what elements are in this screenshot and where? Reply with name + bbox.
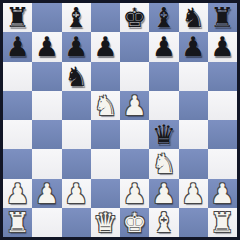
square-d4[interactable] (91, 120, 120, 149)
piece-white-pawn[interactable]: ♟ (6, 180, 30, 207)
square-e2[interactable]: ♟ (120, 179, 149, 208)
piece-black-pawn[interactable]: ♟ (64, 33, 88, 60)
square-a1[interactable]: ♜ (3, 208, 32, 237)
square-f5[interactable] (149, 91, 178, 120)
chess-board-frame: ♜♝♚♝♞♜♟♟♟♟♟♟♟♞♞♟♛♞♟♟♟♟♟♟♟♜♛♚♝♜ (0, 0, 240, 240)
square-e1[interactable]: ♚ (120, 208, 149, 237)
square-d2[interactable] (91, 179, 120, 208)
square-g3[interactable] (179, 149, 208, 178)
piece-white-pawn[interactable]: ♟ (181, 180, 205, 207)
square-e4[interactable] (120, 120, 149, 149)
piece-black-pawn[interactable]: ♟ (152, 33, 176, 60)
piece-black-bishop[interactable]: ♝ (64, 4, 88, 31)
square-b1[interactable] (32, 208, 61, 237)
square-h7[interactable]: ♟ (208, 32, 237, 61)
square-f4[interactable]: ♛ (149, 120, 178, 149)
square-h4[interactable] (208, 120, 237, 149)
square-d5[interactable]: ♞ (91, 91, 120, 120)
square-b4[interactable] (32, 120, 61, 149)
square-b6[interactable] (32, 62, 61, 91)
square-a5[interactable] (3, 91, 32, 120)
square-h8[interactable]: ♜ (208, 3, 237, 32)
chess-board: ♜♝♚♝♞♜♟♟♟♟♟♟♟♞♞♟♛♞♟♟♟♟♟♟♟♜♛♚♝♜ (3, 3, 237, 237)
square-a4[interactable] (3, 120, 32, 149)
piece-white-queen[interactable]: ♛ (93, 209, 117, 236)
piece-white-king[interactable]: ♚ (123, 209, 147, 236)
piece-black-king[interactable]: ♚ (123, 4, 147, 31)
piece-black-rook[interactable]: ♜ (6, 4, 30, 31)
square-c4[interactable] (62, 120, 91, 149)
square-c2[interactable]: ♟ (62, 179, 91, 208)
piece-black-bishop[interactable]: ♝ (152, 4, 176, 31)
piece-white-bishop[interactable]: ♝ (152, 209, 176, 236)
piece-black-pawn[interactable]: ♟ (93, 33, 117, 60)
piece-white-pawn[interactable]: ♟ (152, 180, 176, 207)
square-g4[interactable] (179, 120, 208, 149)
square-f3[interactable]: ♞ (149, 149, 178, 178)
square-h6[interactable] (208, 62, 237, 91)
square-c1[interactable] (62, 208, 91, 237)
square-d3[interactable] (91, 149, 120, 178)
square-g7[interactable]: ♟ (179, 32, 208, 61)
piece-white-pawn[interactable]: ♟ (123, 92, 147, 119)
piece-black-pawn[interactable]: ♟ (181, 33, 205, 60)
square-b7[interactable]: ♟ (32, 32, 61, 61)
piece-black-knight[interactable]: ♞ (64, 63, 88, 90)
piece-black-pawn[interactable]: ♟ (35, 33, 59, 60)
square-e8[interactable]: ♚ (120, 3, 149, 32)
piece-black-pawn[interactable]: ♟ (210, 33, 234, 60)
square-a2[interactable]: ♟ (3, 179, 32, 208)
square-a7[interactable]: ♟ (3, 32, 32, 61)
square-f8[interactable]: ♝ (149, 3, 178, 32)
square-g1[interactable] (179, 208, 208, 237)
square-c8[interactable]: ♝ (62, 3, 91, 32)
square-d1[interactable]: ♛ (91, 208, 120, 237)
square-a6[interactable] (3, 62, 32, 91)
square-c3[interactable] (62, 149, 91, 178)
piece-white-rook[interactable]: ♜ (6, 209, 30, 236)
square-f6[interactable] (149, 62, 178, 91)
piece-black-pawn[interactable]: ♟ (6, 33, 30, 60)
piece-black-rook[interactable]: ♜ (210, 4, 234, 31)
square-e7[interactable] (120, 32, 149, 61)
square-f1[interactable]: ♝ (149, 208, 178, 237)
square-f2[interactable]: ♟ (149, 179, 178, 208)
square-g5[interactable] (179, 91, 208, 120)
square-a3[interactable] (3, 149, 32, 178)
square-g2[interactable]: ♟ (179, 179, 208, 208)
square-b5[interactable] (32, 91, 61, 120)
piece-white-pawn[interactable]: ♟ (210, 180, 234, 207)
square-d8[interactable] (91, 3, 120, 32)
piece-white-knight[interactable]: ♞ (93, 92, 117, 119)
square-g6[interactable] (179, 62, 208, 91)
square-a8[interactable]: ♜ (3, 3, 32, 32)
piece-black-knight[interactable]: ♞ (181, 4, 205, 31)
square-g8[interactable]: ♞ (179, 3, 208, 32)
square-h2[interactable]: ♟ (208, 179, 237, 208)
piece-white-pawn[interactable]: ♟ (64, 180, 88, 207)
square-c5[interactable] (62, 91, 91, 120)
square-h1[interactable]: ♜ (208, 208, 237, 237)
square-e5[interactable]: ♟ (120, 91, 149, 120)
square-f7[interactable]: ♟ (149, 32, 178, 61)
square-c7[interactable]: ♟ (62, 32, 91, 61)
square-b3[interactable] (32, 149, 61, 178)
square-h3[interactable] (208, 149, 237, 178)
square-b2[interactable]: ♟ (32, 179, 61, 208)
piece-white-rook[interactable]: ♜ (210, 209, 234, 236)
piece-black-queen[interactable]: ♛ (152, 121, 176, 148)
square-d7[interactable]: ♟ (91, 32, 120, 61)
square-d6[interactable] (91, 62, 120, 91)
piece-white-knight[interactable]: ♞ (152, 150, 176, 177)
square-b8[interactable] (32, 3, 61, 32)
square-h5[interactable] (208, 91, 237, 120)
square-e3[interactable] (120, 149, 149, 178)
piece-white-pawn[interactable]: ♟ (35, 180, 59, 207)
square-e6[interactable] (120, 62, 149, 91)
square-c6[interactable]: ♞ (62, 62, 91, 91)
piece-white-pawn[interactable]: ♟ (123, 180, 147, 207)
